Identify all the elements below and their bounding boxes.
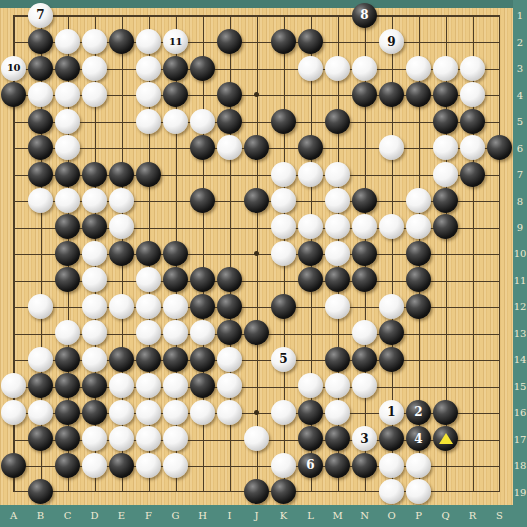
black-stone-B6[interactable] bbox=[28, 135, 53, 160]
black-stone-L10[interactable] bbox=[298, 241, 323, 266]
black-stone-M17[interactable] bbox=[325, 426, 350, 451]
white-stone-F11[interactable] bbox=[136, 267, 161, 292]
black-stone-H12[interactable] bbox=[190, 294, 215, 319]
white-stone-F13[interactable] bbox=[136, 320, 161, 345]
white-stone-P18[interactable] bbox=[406, 453, 431, 478]
white-stone-M16[interactable] bbox=[325, 400, 350, 425]
white-stone-G16[interactable] bbox=[163, 400, 188, 425]
black-stone-O17[interactable] bbox=[379, 426, 404, 451]
black-stone-D9[interactable] bbox=[82, 214, 107, 239]
white-stone-A15[interactable] bbox=[1, 373, 26, 398]
white-stone-C4[interactable] bbox=[55, 82, 80, 107]
black-stone-B5[interactable] bbox=[28, 109, 53, 134]
black-stone-C14[interactable] bbox=[55, 347, 80, 372]
black-stone-E10[interactable] bbox=[109, 241, 134, 266]
black-stone-C3[interactable] bbox=[55, 56, 80, 81]
white-stone-D2[interactable] bbox=[82, 29, 107, 54]
black-stone-C7[interactable] bbox=[55, 162, 80, 187]
white-stone-L9[interactable] bbox=[298, 214, 323, 239]
black-stone-B15[interactable] bbox=[28, 373, 53, 398]
black-stone-M18[interactable] bbox=[325, 453, 350, 478]
black-stone-C10[interactable] bbox=[55, 241, 80, 266]
white-stone-E12[interactable] bbox=[109, 294, 134, 319]
white-stone-B12[interactable] bbox=[28, 294, 53, 319]
black-stone-L2[interactable] bbox=[298, 29, 323, 54]
white-stone-A16[interactable] bbox=[1, 400, 26, 425]
black-stone-F10[interactable] bbox=[136, 241, 161, 266]
column-label-E: E bbox=[118, 510, 125, 521]
row-label-1: 1 bbox=[517, 10, 523, 21]
white-stone-D14[interactable] bbox=[82, 347, 107, 372]
white-stone-M8[interactable] bbox=[325, 188, 350, 213]
white-stone-N13[interactable] bbox=[352, 320, 377, 345]
white-stone-H13[interactable] bbox=[190, 320, 215, 345]
white-stone-I6[interactable] bbox=[217, 135, 242, 160]
black-stone-P10[interactable] bbox=[406, 241, 431, 266]
move-number-label: 8 bbox=[360, 9, 368, 21]
row-label-9: 9 bbox=[517, 222, 523, 233]
black-stone-H14[interactable] bbox=[190, 347, 215, 372]
black-stone-B2[interactable] bbox=[28, 29, 53, 54]
white-stone-F3[interactable] bbox=[136, 56, 161, 81]
black-stone-H11[interactable] bbox=[190, 267, 215, 292]
white-stone-F15[interactable] bbox=[136, 373, 161, 398]
star-point bbox=[243, 240, 270, 266]
column-label-A: A bbox=[10, 510, 17, 521]
black-stone-K5[interactable] bbox=[271, 109, 296, 134]
white-stone-R3[interactable] bbox=[460, 56, 485, 81]
column-label-P: P bbox=[415, 510, 422, 521]
white-stone-M12[interactable] bbox=[325, 294, 350, 319]
row-label-14: 14 bbox=[514, 354, 527, 365]
white-stone-R6[interactable] bbox=[460, 135, 485, 160]
black-stone-D16[interactable] bbox=[82, 400, 107, 425]
white-stone-L15[interactable] bbox=[298, 373, 323, 398]
column-label-M: M bbox=[332, 510, 342, 521]
black-stone-S6[interactable] bbox=[487, 135, 512, 160]
white-stone-C5[interactable] bbox=[55, 109, 80, 134]
white-stone-I16[interactable] bbox=[217, 400, 242, 425]
white-stone-N17[interactable]: 3 bbox=[352, 426, 377, 451]
white-stone-K9[interactable] bbox=[271, 214, 296, 239]
black-stone-B7[interactable] bbox=[28, 162, 53, 187]
column-label-D: D bbox=[90, 510, 98, 521]
white-stone-N9[interactable] bbox=[352, 214, 377, 239]
white-stone-Q3[interactable] bbox=[433, 56, 458, 81]
black-stone-E7[interactable] bbox=[109, 162, 134, 187]
go-board[interactable]: 7811910512346 bbox=[0, 2, 513, 505]
white-stone-P3[interactable] bbox=[406, 56, 431, 81]
black-stone-Q4[interactable] bbox=[433, 82, 458, 107]
black-stone-I11[interactable] bbox=[217, 267, 242, 292]
black-stone-M11[interactable] bbox=[325, 267, 350, 292]
black-stone-F7[interactable] bbox=[136, 162, 161, 187]
black-stone-I4[interactable] bbox=[217, 82, 242, 107]
white-stone-P8[interactable] bbox=[406, 188, 431, 213]
row-coordinate-strip bbox=[513, 0, 527, 527]
white-stone-F16[interactable] bbox=[136, 400, 161, 425]
black-stone-B17[interactable] bbox=[28, 426, 53, 451]
black-stone-P12[interactable] bbox=[406, 294, 431, 319]
move-number-label: 1 bbox=[387, 406, 395, 418]
column-label-J: J bbox=[254, 510, 258, 521]
move-number-label: 6 bbox=[306, 459, 314, 471]
black-stone-H6[interactable] bbox=[190, 135, 215, 160]
row-label-15: 15 bbox=[514, 380, 527, 391]
white-stone-H5[interactable] bbox=[190, 109, 215, 134]
black-stone-C9[interactable] bbox=[55, 214, 80, 239]
black-stone-I13[interactable] bbox=[217, 320, 242, 345]
black-stone-O14[interactable] bbox=[379, 347, 404, 372]
black-stone-H15[interactable] bbox=[190, 373, 215, 398]
black-stone-R5[interactable] bbox=[460, 109, 485, 134]
black-stone-O13[interactable] bbox=[379, 320, 404, 345]
white-stone-G15[interactable] bbox=[163, 373, 188, 398]
black-stone-L17[interactable] bbox=[298, 426, 323, 451]
white-stone-Q6[interactable] bbox=[433, 135, 458, 160]
black-stone-E18[interactable] bbox=[109, 453, 134, 478]
black-stone-Q8[interactable] bbox=[433, 188, 458, 213]
white-stone-N3[interactable] bbox=[352, 56, 377, 81]
black-stone-H8[interactable] bbox=[190, 188, 215, 213]
black-stone-J19[interactable] bbox=[244, 479, 269, 504]
black-stone-G11[interactable] bbox=[163, 267, 188, 292]
white-stone-C8[interactable] bbox=[55, 188, 80, 213]
column-label-R: R bbox=[469, 510, 477, 521]
white-stone-G2[interactable]: 11 bbox=[163, 29, 188, 54]
black-stone-P11[interactable] bbox=[406, 267, 431, 292]
white-stone-D12[interactable] bbox=[82, 294, 107, 319]
white-stone-D11[interactable] bbox=[82, 267, 107, 292]
white-stone-O12[interactable] bbox=[379, 294, 404, 319]
column-label-Q: Q bbox=[441, 510, 449, 521]
black-stone-C17[interactable] bbox=[55, 426, 80, 451]
column-label-G: G bbox=[172, 510, 180, 521]
white-stone-B4[interactable] bbox=[28, 82, 53, 107]
black-stone-C18[interactable] bbox=[55, 453, 80, 478]
white-stone-M10[interactable] bbox=[325, 241, 350, 266]
white-stone-K16[interactable] bbox=[271, 400, 296, 425]
black-stone-E14[interactable] bbox=[109, 347, 134, 372]
white-stone-D3[interactable] bbox=[82, 56, 107, 81]
black-stone-C15[interactable] bbox=[55, 373, 80, 398]
black-stone-L11[interactable] bbox=[298, 267, 323, 292]
black-stone-G10[interactable] bbox=[163, 241, 188, 266]
white-stone-O6[interactable] bbox=[379, 135, 404, 160]
white-stone-F17[interactable] bbox=[136, 426, 161, 451]
white-stone-O9[interactable] bbox=[379, 214, 404, 239]
black-stone-Q16[interactable] bbox=[433, 400, 458, 425]
move-number-label: 9 bbox=[387, 36, 395, 48]
white-stone-J17[interactable] bbox=[244, 426, 269, 451]
white-stone-D10[interactable] bbox=[82, 241, 107, 266]
black-stone-N4[interactable] bbox=[352, 82, 377, 107]
white-stone-A3[interactable]: 10 bbox=[1, 56, 26, 81]
column-label-L: L bbox=[307, 510, 314, 521]
black-stone-L18[interactable]: 6 bbox=[298, 453, 323, 478]
white-stone-O2[interactable]: 9 bbox=[379, 29, 404, 54]
column-label-O: O bbox=[387, 510, 395, 521]
black-stone-O4[interactable] bbox=[379, 82, 404, 107]
white-stone-F4[interactable] bbox=[136, 82, 161, 107]
row-label-7: 7 bbox=[517, 169, 523, 180]
row-label-18: 18 bbox=[514, 460, 527, 471]
column-label-C: C bbox=[64, 510, 72, 521]
black-stone-G3[interactable] bbox=[163, 56, 188, 81]
row-label-2: 2 bbox=[517, 36, 523, 47]
black-stone-K12[interactable] bbox=[271, 294, 296, 319]
black-stone-E2[interactable] bbox=[109, 29, 134, 54]
move-number-label: 5 bbox=[279, 353, 287, 365]
row-label-6: 6 bbox=[517, 142, 523, 153]
white-stone-K14[interactable]: 5 bbox=[271, 347, 296, 372]
star-point bbox=[243, 399, 270, 425]
black-stone-A18[interactable] bbox=[1, 453, 26, 478]
black-stone-N10[interactable] bbox=[352, 241, 377, 266]
white-stone-B16[interactable] bbox=[28, 400, 53, 425]
black-stone-D15[interactable] bbox=[82, 373, 107, 398]
black-stone-P4[interactable] bbox=[406, 82, 431, 107]
white-stone-G13[interactable] bbox=[163, 320, 188, 345]
black-stone-G4[interactable] bbox=[163, 82, 188, 107]
white-stone-D17[interactable] bbox=[82, 426, 107, 451]
white-stone-F12[interactable] bbox=[136, 294, 161, 319]
black-stone-G14[interactable] bbox=[163, 347, 188, 372]
white-stone-E9[interactable] bbox=[109, 214, 134, 239]
white-stone-E17[interactable] bbox=[109, 426, 134, 451]
black-stone-K2[interactable] bbox=[271, 29, 296, 54]
white-stone-D4[interactable] bbox=[82, 82, 107, 107]
white-stone-B14[interactable] bbox=[28, 347, 53, 372]
column-label-H: H bbox=[198, 510, 207, 521]
black-stone-Q9[interactable] bbox=[433, 214, 458, 239]
column-label-I: I bbox=[228, 510, 232, 521]
row-label-11: 11 bbox=[514, 274, 527, 285]
white-stone-K7[interactable] bbox=[271, 162, 296, 187]
column-label-N: N bbox=[360, 510, 369, 521]
move-number-label: 11 bbox=[169, 37, 182, 47]
last-move-triangle-mark bbox=[439, 433, 453, 444]
move-number-label: 10 bbox=[7, 63, 20, 73]
row-label-8: 8 bbox=[517, 195, 523, 206]
move-number-label: 3 bbox=[360, 433, 368, 445]
white-stone-P19[interactable] bbox=[406, 479, 431, 504]
white-stone-C13[interactable] bbox=[55, 320, 80, 345]
black-stone-M5[interactable] bbox=[325, 109, 350, 134]
white-stone-L7[interactable] bbox=[298, 162, 323, 187]
row-label-4: 4 bbox=[517, 89, 523, 100]
black-stone-B19[interactable] bbox=[28, 479, 53, 504]
black-stone-P16[interactable]: 2 bbox=[406, 400, 431, 425]
white-stone-D13[interactable] bbox=[82, 320, 107, 345]
black-stone-C16[interactable] bbox=[55, 400, 80, 425]
black-stone-N14[interactable] bbox=[352, 347, 377, 372]
black-stone-N1[interactable]: 8 bbox=[352, 3, 377, 28]
column-label-B: B bbox=[37, 510, 44, 521]
white-stone-G18[interactable] bbox=[163, 453, 188, 478]
white-stone-N15[interactable] bbox=[352, 373, 377, 398]
black-stone-B3[interactable] bbox=[28, 56, 53, 81]
white-stone-I14[interactable] bbox=[217, 347, 242, 372]
white-stone-M3[interactable] bbox=[325, 56, 350, 81]
black-stone-L16[interactable] bbox=[298, 400, 323, 425]
white-stone-M15[interactable] bbox=[325, 373, 350, 398]
white-stone-M7[interactable] bbox=[325, 162, 350, 187]
white-stone-L3[interactable] bbox=[298, 56, 323, 81]
black-stone-J8[interactable] bbox=[244, 188, 269, 213]
white-stone-B8[interactable] bbox=[28, 188, 53, 213]
white-stone-C2[interactable] bbox=[55, 29, 80, 54]
white-stone-C6[interactable] bbox=[55, 135, 80, 160]
black-stone-P17[interactable]: 4 bbox=[406, 426, 431, 451]
white-stone-M9[interactable] bbox=[325, 214, 350, 239]
white-stone-F18[interactable] bbox=[136, 453, 161, 478]
black-stone-H3[interactable] bbox=[190, 56, 215, 81]
black-stone-R7[interactable] bbox=[460, 162, 485, 187]
black-stone-L6[interactable] bbox=[298, 135, 323, 160]
row-label-5: 5 bbox=[517, 116, 523, 127]
white-stone-K18[interactable] bbox=[271, 453, 296, 478]
go-app-window: 7811910512346 ABCDEFGHIJKLMNOPQRS1234567… bbox=[0, 0, 527, 527]
white-stone-P9[interactable] bbox=[406, 214, 431, 239]
row-label-17: 17 bbox=[514, 433, 527, 444]
black-stone-I12[interactable] bbox=[217, 294, 242, 319]
white-stone-D8[interactable] bbox=[82, 188, 107, 213]
black-stone-D7[interactable] bbox=[82, 162, 107, 187]
black-stone-A4[interactable] bbox=[1, 82, 26, 107]
row-label-3: 3 bbox=[517, 63, 523, 74]
move-number-label: 4 bbox=[414, 433, 422, 445]
black-stone-C11[interactable] bbox=[55, 267, 80, 292]
white-stone-G12[interactable] bbox=[163, 294, 188, 319]
white-stone-B1[interactable]: 7 bbox=[28, 3, 53, 28]
black-stone-J13[interactable] bbox=[244, 320, 269, 345]
black-stone-K19[interactable] bbox=[271, 479, 296, 504]
black-stone-M14[interactable] bbox=[325, 347, 350, 372]
column-label-K: K bbox=[280, 510, 287, 521]
white-stone-I15[interactable] bbox=[217, 373, 242, 398]
star-point bbox=[243, 81, 270, 107]
white-stone-O18[interactable] bbox=[379, 453, 404, 478]
white-stone-Q7[interactable] bbox=[433, 162, 458, 187]
white-stone-F2[interactable] bbox=[136, 29, 161, 54]
move-number-label: 7 bbox=[36, 9, 44, 21]
black-stone-N18[interactable] bbox=[352, 453, 377, 478]
white-stone-R4[interactable] bbox=[460, 82, 485, 107]
black-stone-N11[interactable] bbox=[352, 267, 377, 292]
white-stone-H16[interactable] bbox=[190, 400, 215, 425]
black-stone-I2[interactable] bbox=[217, 29, 242, 54]
white-stone-O19[interactable] bbox=[379, 479, 404, 504]
row-label-10: 10 bbox=[514, 248, 527, 259]
white-stone-E8[interactable] bbox=[109, 188, 134, 213]
black-stone-Q5[interactable] bbox=[433, 109, 458, 134]
black-stone-N8[interactable] bbox=[352, 188, 377, 213]
black-stone-I5[interactable] bbox=[217, 109, 242, 134]
white-stone-K8[interactable] bbox=[271, 188, 296, 213]
black-stone-J6[interactable] bbox=[244, 135, 269, 160]
white-stone-K10[interactable] bbox=[271, 241, 296, 266]
column-label-S: S bbox=[496, 510, 503, 521]
row-label-13: 13 bbox=[514, 327, 527, 338]
white-stone-G5[interactable] bbox=[163, 109, 188, 134]
move-number-label: 2 bbox=[414, 406, 422, 418]
black-stone-Q17[interactable] bbox=[433, 426, 458, 451]
row-label-16: 16 bbox=[514, 407, 527, 418]
black-stone-F14[interactable] bbox=[136, 347, 161, 372]
white-stone-F5[interactable] bbox=[136, 109, 161, 134]
white-stone-E15[interactable] bbox=[109, 373, 134, 398]
column-label-F: F bbox=[145, 510, 152, 521]
row-label-19: 19 bbox=[514, 486, 527, 497]
white-stone-G17[interactable] bbox=[163, 426, 188, 451]
white-stone-E16[interactable] bbox=[109, 400, 134, 425]
row-label-12: 12 bbox=[514, 301, 527, 312]
white-stone-O16[interactable]: 1 bbox=[379, 400, 404, 425]
white-stone-D18[interactable] bbox=[82, 453, 107, 478]
